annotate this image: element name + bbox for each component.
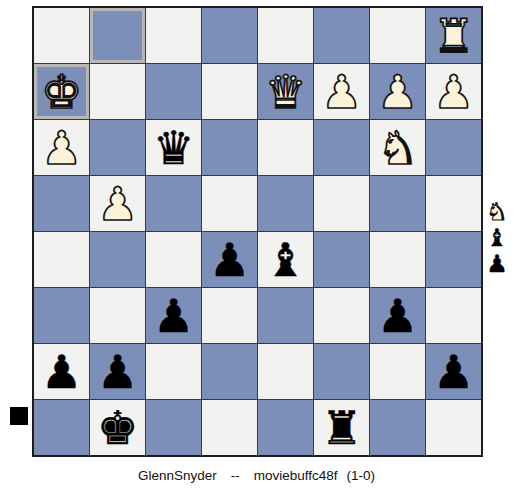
square-d8[interactable]	[258, 400, 313, 455]
square-d4[interactable]	[258, 176, 313, 231]
square-c7[interactable]	[314, 344, 369, 399]
square-b6[interactable]: ♟	[370, 288, 425, 343]
square-f6[interactable]: ♟	[146, 288, 201, 343]
black-pawn[interactable]: ♟	[153, 293, 194, 339]
square-e6[interactable]	[202, 288, 257, 343]
square-d2[interactable]: ♛	[258, 64, 313, 119]
game-caption: GlennSnyder -- moviebuffc48f (1-0)	[0, 468, 513, 483]
square-f2[interactable]	[146, 64, 201, 119]
square-a3[interactable]	[426, 120, 481, 175]
black-pawn[interactable]: ♟	[486, 251, 508, 277]
players-separator: --	[231, 468, 240, 483]
black-to-move-indicator	[10, 407, 28, 425]
white-pawn[interactable]: ♟	[97, 181, 138, 227]
black-pawn[interactable]: ♟	[377, 293, 418, 339]
white-pawn[interactable]: ♟	[41, 125, 82, 171]
square-h7[interactable]: ♟	[34, 344, 89, 399]
square-e5[interactable]: ♟	[202, 232, 257, 287]
square-f7[interactable]	[146, 344, 201, 399]
square-g3[interactable]	[90, 120, 145, 175]
white-knight[interactable]: ♞	[377, 125, 418, 171]
square-d1[interactable]	[258, 8, 313, 63]
white-knight[interactable]: ♞	[486, 199, 508, 225]
white-pawn[interactable]: ♟	[321, 69, 362, 115]
white-player-name: GlennSnyder	[138, 468, 217, 483]
square-d3[interactable]	[258, 120, 313, 175]
square-c5[interactable]	[314, 232, 369, 287]
square-g1[interactable]	[90, 8, 145, 63]
square-d5[interactable]: ♝	[258, 232, 313, 287]
chess-diagram: ♜♚♛♟♟♟♟♛♞♟♟♝♟♟♟♟♟♚♜ ♞♝♟ GlennSnyder -- m…	[0, 0, 513, 500]
square-h2[interactable]: ♚	[34, 64, 89, 119]
square-a8[interactable]	[426, 400, 481, 455]
square-a6[interactable]	[426, 288, 481, 343]
square-f8[interactable]	[146, 400, 201, 455]
square-h8[interactable]	[34, 400, 89, 455]
black-queen[interactable]: ♛	[153, 125, 194, 171]
square-d6[interactable]	[258, 288, 313, 343]
black-pawn[interactable]: ♟	[97, 349, 138, 395]
white-rook[interactable]: ♜	[433, 13, 474, 59]
square-h3[interactable]: ♟	[34, 120, 89, 175]
square-g5[interactable]	[90, 232, 145, 287]
square-h6[interactable]	[34, 288, 89, 343]
square-c3[interactable]	[314, 120, 369, 175]
square-g8[interactable]: ♚	[90, 400, 145, 455]
square-e8[interactable]	[202, 400, 257, 455]
square-f4[interactable]	[146, 176, 201, 231]
square-c8[interactable]: ♜	[314, 400, 369, 455]
square-f3[interactable]: ♛	[146, 120, 201, 175]
black-rook[interactable]: ♜	[321, 405, 362, 451]
square-e7[interactable]	[202, 344, 257, 399]
white-pawn[interactable]: ♟	[433, 69, 474, 115]
square-a2[interactable]: ♟	[426, 64, 481, 119]
square-b8[interactable]	[370, 400, 425, 455]
square-g4[interactable]: ♟	[90, 176, 145, 231]
black-pawn[interactable]: ♟	[209, 237, 250, 283]
square-g7[interactable]: ♟	[90, 344, 145, 399]
white-king[interactable]: ♚	[41, 69, 82, 115]
square-h1[interactable]	[34, 8, 89, 63]
square-e4[interactable]	[202, 176, 257, 231]
square-a7[interactable]: ♟	[426, 344, 481, 399]
square-b7[interactable]	[370, 344, 425, 399]
chess-board: ♜♚♛♟♟♟♟♛♞♟♟♝♟♟♟♟♟♚♜	[32, 6, 483, 457]
black-king[interactable]: ♚	[97, 405, 138, 451]
square-b3[interactable]: ♞	[370, 120, 425, 175]
game-result: (1-0)	[347, 468, 376, 483]
square-f1[interactable]	[146, 8, 201, 63]
square-b4[interactable]	[370, 176, 425, 231]
square-d7[interactable]	[258, 344, 313, 399]
square-h5[interactable]	[34, 232, 89, 287]
square-c6[interactable]	[314, 288, 369, 343]
square-g6[interactable]	[90, 288, 145, 343]
square-a1[interactable]: ♜	[426, 8, 481, 63]
square-e1[interactable]	[202, 8, 257, 63]
square-e3[interactable]	[202, 120, 257, 175]
square-e2[interactable]	[202, 64, 257, 119]
square-h4[interactable]	[34, 176, 89, 231]
white-queen[interactable]: ♛	[265, 69, 306, 115]
square-c4[interactable]	[314, 176, 369, 231]
square-b1[interactable]	[370, 8, 425, 63]
square-c1[interactable]	[314, 8, 369, 63]
square-b5[interactable]	[370, 232, 425, 287]
black-pawn[interactable]: ♟	[433, 349, 474, 395]
square-b2[interactable]: ♟	[370, 64, 425, 119]
black-player-name: moviebuffc48f	[254, 468, 338, 483]
square-a4[interactable]	[426, 176, 481, 231]
piece-tray: ♞♝♟	[483, 199, 511, 277]
black-bishop[interactable]: ♝	[486, 225, 508, 251]
black-bishop[interactable]: ♝	[265, 237, 306, 283]
white-pawn[interactable]: ♟	[377, 69, 418, 115]
black-pawn[interactable]: ♟	[41, 349, 82, 395]
square-f5[interactable]	[146, 232, 201, 287]
square-c2[interactable]: ♟	[314, 64, 369, 119]
square-a5[interactable]	[426, 232, 481, 287]
square-g2[interactable]	[90, 64, 145, 119]
